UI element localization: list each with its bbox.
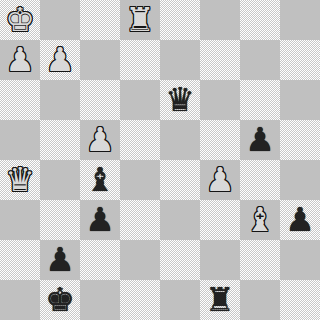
square-g7[interactable] [240, 40, 280, 80]
square-c7[interactable] [80, 40, 120, 80]
square-d4[interactable] [120, 160, 160, 200]
piece-black-bishop-c4[interactable]: ♝ [80, 160, 120, 200]
square-a3[interactable] [0, 200, 40, 240]
chess-board: ♚♜♟♟♛♟♟♛♝♟♟♝♟♟♚♜ [0, 0, 320, 320]
piece-black-pawn-h3[interactable]: ♟ [280, 200, 320, 240]
square-h3[interactable]: ♟ [280, 200, 320, 240]
piece-white-king-a8[interactable]: ♚ [0, 0, 40, 40]
piece-black-pawn-g5[interactable]: ♟ [240, 120, 280, 160]
square-b8[interactable] [40, 0, 80, 40]
square-b4[interactable] [40, 160, 80, 200]
square-e6[interactable]: ♛ [160, 80, 200, 120]
square-g6[interactable] [240, 80, 280, 120]
square-c6[interactable] [80, 80, 120, 120]
square-f5[interactable] [200, 120, 240, 160]
square-f7[interactable] [200, 40, 240, 80]
piece-white-pawn-b7[interactable]: ♟ [40, 40, 80, 80]
square-g3[interactable]: ♝ [240, 200, 280, 240]
square-b2[interactable]: ♟ [40, 240, 80, 280]
square-b7[interactable]: ♟ [40, 40, 80, 80]
square-h5[interactable] [280, 120, 320, 160]
piece-black-rook-f1[interactable]: ♜ [200, 280, 240, 320]
piece-white-pawn-f4[interactable]: ♟ [200, 160, 240, 200]
square-h4[interactable] [280, 160, 320, 200]
square-f4[interactable]: ♟ [200, 160, 240, 200]
square-d6[interactable] [120, 80, 160, 120]
square-b6[interactable] [40, 80, 80, 120]
square-c4[interactable]: ♝ [80, 160, 120, 200]
square-f8[interactable] [200, 0, 240, 40]
piece-black-pawn-b2[interactable]: ♟ [40, 240, 80, 280]
square-e4[interactable] [160, 160, 200, 200]
square-h2[interactable] [280, 240, 320, 280]
square-b5[interactable] [40, 120, 80, 160]
square-b1[interactable]: ♚ [40, 280, 80, 320]
square-a6[interactable] [0, 80, 40, 120]
square-e8[interactable] [160, 0, 200, 40]
square-d3[interactable] [120, 200, 160, 240]
square-d8[interactable]: ♜ [120, 0, 160, 40]
piece-black-queen-e6[interactable]: ♛ [160, 80, 200, 120]
square-e7[interactable] [160, 40, 200, 80]
square-c8[interactable] [80, 0, 120, 40]
square-c3[interactable]: ♟ [80, 200, 120, 240]
square-a5[interactable] [0, 120, 40, 160]
square-d7[interactable] [120, 40, 160, 80]
square-e5[interactable] [160, 120, 200, 160]
piece-white-queen-a4[interactable]: ♛ [0, 160, 40, 200]
square-a4[interactable]: ♛ [0, 160, 40, 200]
square-e3[interactable] [160, 200, 200, 240]
piece-white-pawn-a7[interactable]: ♟ [0, 40, 40, 80]
square-a1[interactable] [0, 280, 40, 320]
square-c1[interactable] [80, 280, 120, 320]
piece-white-rook-d8[interactable]: ♜ [120, 0, 160, 40]
square-c5[interactable]: ♟ [80, 120, 120, 160]
square-f6[interactable] [200, 80, 240, 120]
square-g5[interactable]: ♟ [240, 120, 280, 160]
square-d2[interactable] [120, 240, 160, 280]
square-d5[interactable] [120, 120, 160, 160]
piece-white-pawn-c5[interactable]: ♟ [80, 120, 120, 160]
square-a8[interactable]: ♚ [0, 0, 40, 40]
square-h1[interactable] [280, 280, 320, 320]
square-a2[interactable] [0, 240, 40, 280]
square-f3[interactable] [200, 200, 240, 240]
piece-black-king-b1[interactable]: ♚ [40, 280, 80, 320]
square-e1[interactable] [160, 280, 200, 320]
square-h8[interactable] [280, 0, 320, 40]
square-g2[interactable] [240, 240, 280, 280]
square-h6[interactable] [280, 80, 320, 120]
square-c2[interactable] [80, 240, 120, 280]
square-h7[interactable] [280, 40, 320, 80]
square-d1[interactable] [120, 280, 160, 320]
square-e2[interactable] [160, 240, 200, 280]
piece-black-pawn-c3[interactable]: ♟ [80, 200, 120, 240]
square-g1[interactable] [240, 280, 280, 320]
square-g8[interactable] [240, 0, 280, 40]
square-b3[interactable] [40, 200, 80, 240]
square-f2[interactable] [200, 240, 240, 280]
square-g4[interactable] [240, 160, 280, 200]
square-f1[interactable]: ♜ [200, 280, 240, 320]
piece-white-bishop-g3[interactable]: ♝ [240, 200, 280, 240]
square-a7[interactable]: ♟ [0, 40, 40, 80]
